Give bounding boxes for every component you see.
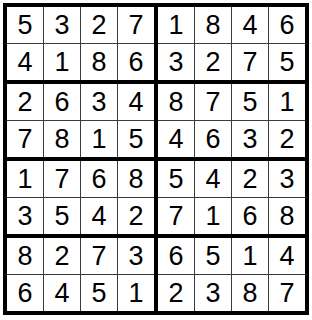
cell-r5c4[interactable]: 8 — [118, 161, 154, 197]
block-r0c0: 53274186 — [7, 7, 154, 80]
cell-r4c8[interactable]: 2 — [269, 121, 305, 157]
cell-r2c7[interactable]: 7 — [232, 44, 268, 80]
cell-r5c1[interactable]: 1 — [7, 161, 43, 197]
cell-r5c8[interactable]: 3 — [269, 161, 305, 197]
cell-r2c3[interactable]: 8 — [81, 44, 117, 80]
cell-r1c8[interactable]: 6 — [269, 7, 305, 43]
cell-r3c3[interactable]: 3 — [81, 84, 117, 120]
cell-r5c7[interactable]: 2 — [232, 161, 268, 197]
cell-r3c6[interactable]: 7 — [195, 84, 231, 120]
cell-r5c6[interactable]: 4 — [195, 161, 231, 197]
cell-r1c7[interactable]: 4 — [232, 7, 268, 43]
block-r3c0: 82736451 — [7, 238, 154, 311]
cell-r8c7[interactable]: 8 — [232, 275, 268, 311]
cell-r1c1[interactable]: 5 — [7, 7, 43, 43]
cell-r7c5[interactable]: 6 — [158, 238, 194, 274]
block-r3c1: 65142387 — [158, 238, 305, 311]
cell-r6c4[interactable]: 2 — [118, 198, 154, 234]
cell-r2c5[interactable]: 3 — [158, 44, 194, 80]
cell-r7c1[interactable]: 8 — [7, 238, 43, 274]
cell-r1c3[interactable]: 2 — [81, 7, 117, 43]
cell-r4c6[interactable]: 6 — [195, 121, 231, 157]
cell-r2c2[interactable]: 1 — [44, 44, 80, 80]
sudoku-board: 5327418618463275263478158751463217683542… — [3, 3, 309, 315]
cell-r3c7[interactable]: 5 — [232, 84, 268, 120]
block-r1c0: 26347815 — [7, 84, 154, 157]
cell-r5c5[interactable]: 5 — [158, 161, 194, 197]
cell-r7c4[interactable]: 3 — [118, 238, 154, 274]
cell-r1c2[interactable]: 3 — [44, 7, 80, 43]
cell-r2c6[interactable]: 2 — [195, 44, 231, 80]
cell-r7c7[interactable]: 1 — [232, 238, 268, 274]
cell-r6c2[interactable]: 5 — [44, 198, 80, 234]
cell-r1c6[interactable]: 8 — [195, 7, 231, 43]
cell-r7c6[interactable]: 5 — [195, 238, 231, 274]
cell-r6c1[interactable]: 3 — [7, 198, 43, 234]
cell-r8c4[interactable]: 1 — [118, 275, 154, 311]
cell-r4c7[interactable]: 3 — [232, 121, 268, 157]
cell-r6c5[interactable]: 7 — [158, 198, 194, 234]
cell-r5c3[interactable]: 6 — [81, 161, 117, 197]
cell-r3c1[interactable]: 2 — [7, 84, 43, 120]
block-r1c1: 87514632 — [158, 84, 305, 157]
cell-r4c3[interactable]: 1 — [81, 121, 117, 157]
cell-r6c7[interactable]: 6 — [232, 198, 268, 234]
cell-r4c1[interactable]: 7 — [7, 121, 43, 157]
cell-r7c8[interactable]: 4 — [269, 238, 305, 274]
page: 5327418618463275263478158751463217683542… — [0, 0, 312, 320]
cell-r7c2[interactable]: 2 — [44, 238, 80, 274]
cell-r1c4[interactable]: 7 — [118, 7, 154, 43]
cell-r8c8[interactable]: 7 — [269, 275, 305, 311]
cell-r3c4[interactable]: 4 — [118, 84, 154, 120]
cell-r2c4[interactable]: 6 — [118, 44, 154, 80]
cell-r5c2[interactable]: 7 — [44, 161, 80, 197]
cell-r6c3[interactable]: 4 — [81, 198, 117, 234]
cell-r3c5[interactable]: 8 — [158, 84, 194, 120]
cell-r6c6[interactable]: 1 — [195, 198, 231, 234]
cell-r8c2[interactable]: 4 — [44, 275, 80, 311]
cell-r2c8[interactable]: 5 — [269, 44, 305, 80]
cell-r7c3[interactable]: 7 — [81, 238, 117, 274]
cell-r3c2[interactable]: 6 — [44, 84, 80, 120]
cell-r1c5[interactable]: 1 — [158, 7, 194, 43]
cell-r6c8[interactable]: 8 — [269, 198, 305, 234]
cell-r3c8[interactable]: 1 — [269, 84, 305, 120]
cell-r2c1[interactable]: 4 — [7, 44, 43, 80]
cell-r8c5[interactable]: 2 — [158, 275, 194, 311]
cell-r4c5[interactable]: 4 — [158, 121, 194, 157]
block-r2c1: 54237168 — [158, 161, 305, 234]
cell-r8c6[interactable]: 3 — [195, 275, 231, 311]
block-r2c0: 17683542 — [7, 161, 154, 234]
cell-r4c4[interactable]: 5 — [118, 121, 154, 157]
cell-r4c2[interactable]: 8 — [44, 121, 80, 157]
block-r0c1: 18463275 — [158, 7, 305, 80]
cell-r8c3[interactable]: 5 — [81, 275, 117, 311]
cell-r8c1[interactable]: 6 — [7, 275, 43, 311]
